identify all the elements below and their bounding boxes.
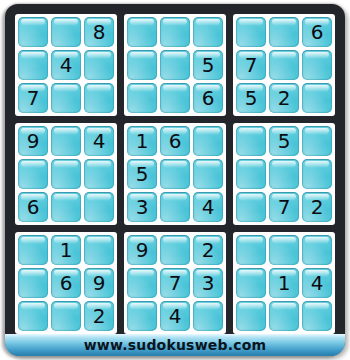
cell-r5c1[interactable]: [18, 159, 48, 189]
given-digit: 9: [136, 240, 149, 260]
cell-r4c8[interactable]: 5: [269, 126, 299, 156]
cell-r1c4[interactable]: [127, 17, 157, 47]
cell-r2c2[interactable]: 4: [51, 50, 81, 80]
cell-r1c2[interactable]: [51, 17, 81, 47]
cell-r3c6[interactable]: 6: [193, 83, 223, 113]
cell-r4c3[interactable]: 4: [84, 126, 114, 156]
cell-r5c7[interactable]: [236, 159, 266, 189]
given-digit: 6: [60, 273, 73, 293]
cell-r1c1[interactable]: [18, 17, 48, 47]
given-digit: 7: [27, 88, 40, 108]
sudoku-box-8: 92734: [124, 232, 226, 334]
cell-r4c9[interactable]: [302, 126, 332, 156]
cell-r9c5[interactable]: 4: [160, 301, 190, 331]
cell-r8c4[interactable]: [127, 268, 157, 298]
cell-r2c3[interactable]: [84, 50, 114, 80]
given-digit: 6: [27, 197, 40, 217]
given-digit: 7: [278, 197, 291, 217]
given-digit: 4: [169, 306, 182, 326]
cell-r2c4[interactable]: [127, 50, 157, 80]
given-digit: 4: [202, 197, 215, 217]
given-digit: 4: [311, 273, 324, 293]
given-digit: 2: [278, 88, 291, 108]
cell-r6c8[interactable]: 7: [269, 192, 299, 222]
cell-r6c3[interactable]: [84, 192, 114, 222]
cell-r6c7[interactable]: [236, 192, 266, 222]
sudoku-box-5: 16534: [124, 123, 226, 225]
cell-r6c6[interactable]: 4: [193, 192, 223, 222]
cell-r8c8[interactable]: 1: [269, 268, 299, 298]
cell-r8c5[interactable]: 7: [160, 268, 190, 298]
given-digit: 6: [202, 88, 215, 108]
sudoku-grid: 8475667529461653457216929273414: [15, 14, 335, 334]
given-digit: 3: [136, 197, 149, 217]
footer-bar: www.sudokusweb.com: [5, 334, 345, 356]
cell-r2c5[interactable]: [160, 50, 190, 80]
sudoku-box-3: 6752: [233, 14, 335, 116]
website-url[interactable]: www.sudokusweb.com: [84, 337, 267, 353]
cell-r6c1[interactable]: 6: [18, 192, 48, 222]
cell-r4c2[interactable]: [51, 126, 81, 156]
cell-r8c1[interactable]: [18, 268, 48, 298]
given-digit: 5: [245, 88, 258, 108]
given-digit: 1: [136, 131, 149, 151]
cell-r3c1[interactable]: 7: [18, 83, 48, 113]
cell-r7c9[interactable]: [302, 235, 332, 265]
cell-r7c2[interactable]: 1: [51, 235, 81, 265]
sudoku-box-1: 847: [15, 14, 117, 116]
given-digit: 2: [93, 306, 106, 326]
given-digit: 7: [169, 273, 182, 293]
cell-r9c8[interactable]: [269, 301, 299, 331]
given-digit: 9: [27, 131, 40, 151]
given-digit: 1: [278, 273, 291, 293]
given-digit: 2: [311, 197, 324, 217]
sudoku-box-6: 572: [233, 123, 335, 225]
cell-r7c4[interactable]: 9: [127, 235, 157, 265]
cell-r6c2[interactable]: [51, 192, 81, 222]
cell-r5c8[interactable]: [269, 159, 299, 189]
cell-r3c7[interactable]: 5: [236, 83, 266, 113]
given-digit: 1: [60, 240, 73, 260]
cell-r8c9[interactable]: 4: [302, 268, 332, 298]
given-digit: 2: [202, 240, 215, 260]
cell-r8c6[interactable]: 3: [193, 268, 223, 298]
cell-r1c9[interactable]: 6: [302, 17, 332, 47]
cell-r4c4[interactable]: 1: [127, 126, 157, 156]
cell-r6c4[interactable]: 3: [127, 192, 157, 222]
cell-r9c7[interactable]: [236, 301, 266, 331]
cell-r1c6[interactable]: [193, 17, 223, 47]
cell-r2c7[interactable]: 7: [236, 50, 266, 80]
cell-r5c4[interactable]: 5: [127, 159, 157, 189]
sudoku-box-2: 56: [124, 14, 226, 116]
cell-r4c5[interactable]: 6: [160, 126, 190, 156]
given-digit: 5: [136, 164, 149, 184]
cell-r3c8[interactable]: 2: [269, 83, 299, 113]
cell-r3c5[interactable]: [160, 83, 190, 113]
cell-r4c6[interactable]: [193, 126, 223, 156]
cell-r5c5[interactable]: [160, 159, 190, 189]
cell-r3c2[interactable]: [51, 83, 81, 113]
cell-r6c5[interactable]: [160, 192, 190, 222]
cell-r7c3[interactable]: [84, 235, 114, 265]
cell-r7c5[interactable]: [160, 235, 190, 265]
given-digit: 6: [311, 22, 324, 42]
given-digit: 4: [60, 55, 73, 75]
cell-r5c3[interactable]: [84, 159, 114, 189]
cell-r8c2[interactable]: 6: [51, 268, 81, 298]
given-digit: 8: [93, 22, 106, 42]
cell-r9c3[interactable]: 2: [84, 301, 114, 331]
cell-r1c8[interactable]: [269, 17, 299, 47]
cell-r7c8[interactable]: [269, 235, 299, 265]
cell-r8c3[interactable]: 9: [84, 268, 114, 298]
cell-r4c7[interactable]: [236, 126, 266, 156]
cell-r1c5[interactable]: [160, 17, 190, 47]
cell-r1c3[interactable]: 8: [84, 17, 114, 47]
sudoku-box-7: 1692: [15, 232, 117, 334]
given-digit: 3: [202, 273, 215, 293]
cell-r3c3[interactable]: [84, 83, 114, 113]
sudoku-box-9: 14: [233, 232, 335, 334]
given-digit: 7: [245, 55, 258, 75]
cell-r8c7[interactable]: [236, 268, 266, 298]
cell-r9c9[interactable]: [302, 301, 332, 331]
cell-r5c9[interactable]: [302, 159, 332, 189]
cell-r4c1[interactable]: 9: [18, 126, 48, 156]
cell-r2c8[interactable]: [269, 50, 299, 80]
cell-r1c7[interactable]: [236, 17, 266, 47]
cell-r3c4[interactable]: [127, 83, 157, 113]
given-digit: 5: [278, 131, 291, 151]
cell-r9c1[interactable]: [18, 301, 48, 331]
cell-r9c2[interactable]: [51, 301, 81, 331]
given-digit: 4: [93, 131, 106, 151]
given-digit: 5: [202, 55, 215, 75]
cell-r2c9[interactable]: [302, 50, 332, 80]
cell-r7c1[interactable]: [18, 235, 48, 265]
cell-r7c6[interactable]: 2: [193, 235, 223, 265]
cell-r3c9[interactable]: [302, 83, 332, 113]
cell-r5c6[interactable]: [193, 159, 223, 189]
cell-r9c4[interactable]: [127, 301, 157, 331]
cell-r9c6[interactable]: [193, 301, 223, 331]
given-digit: 6: [169, 131, 182, 151]
cell-r7c7[interactable]: [236, 235, 266, 265]
cell-r6c9[interactable]: 2: [302, 192, 332, 222]
sudoku-box-4: 946: [15, 123, 117, 225]
board-frame: 8475667529461653457216929273414 www.sudo…: [5, 4, 345, 356]
cell-r2c1[interactable]: [18, 50, 48, 80]
cell-r5c2[interactable]: [51, 159, 81, 189]
cell-r2c6[interactable]: 5: [193, 50, 223, 80]
given-digit: 9: [93, 273, 106, 293]
